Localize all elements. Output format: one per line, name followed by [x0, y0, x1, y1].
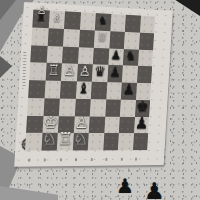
piece-white-knight[interactable]: ♘: [73, 131, 89, 148]
square-b4[interactable]: [44, 81, 61, 99]
square-g6[interactable]: ♞: [123, 49, 139, 66]
square-g3[interactable]: [120, 99, 136, 116]
piece-white-rook[interactable]: ♖: [57, 131, 73, 148]
piece-white-pawn[interactable]: ♙: [63, 64, 76, 78]
square-c1[interactable]: ♖: [57, 133, 74, 150]
piece-white-queen[interactable]: ♕: [97, 32, 108, 44]
square-e8[interactable]: ♞: [95, 13, 111, 31]
square-h7[interactable]: [139, 32, 155, 49]
square-f3[interactable]: [105, 99, 121, 116]
captured-black-pawn[interactable]: ♟: [116, 176, 134, 196]
square-f7[interactable]: [109, 31, 125, 49]
square-f2[interactable]: [104, 116, 120, 133]
square-d4[interactable]: ♝: [75, 81, 91, 99]
square-e1[interactable]: [88, 133, 104, 150]
square-h1[interactable]: [133, 133, 149, 150]
captured-black-pawn[interactable]: ♟: [144, 180, 165, 200]
mat-coordinate-marks: [28, 158, 145, 162]
piece-white-knight[interactable]: ♘: [41, 131, 57, 148]
square-c7[interactable]: [63, 29, 80, 47]
square-g7[interactable]: [124, 32, 140, 50]
piece-black-pawn[interactable]: ♟: [110, 49, 121, 62]
square-d1[interactable]: ♘: [72, 133, 88, 150]
square-f6[interactable]: ♟: [108, 48, 124, 66]
piece-black-knight[interactable]: ♞: [98, 15, 108, 26]
captured-white-pawn[interactable]: ♙: [37, 4, 47, 17]
photo-scene: ♜♗♞♕♟♞♖♙♙♛♟♝♟♚♔♙♟♘♖♘ ♙ ♟♟: [0, 0, 200, 200]
square-g4[interactable]: ♟: [121, 83, 137, 100]
square-c6[interactable]: [62, 46, 79, 64]
piece-black-pawn[interactable]: ♟: [122, 82, 135, 97]
square-e6[interactable]: [93, 47, 109, 65]
square-f1[interactable]: [103, 133, 119, 150]
table-shadow-bottom: [0, 186, 58, 200]
square-d7[interactable]: [79, 29, 95, 47]
square-a1[interactable]: [25, 133, 42, 151]
square-d6[interactable]: [77, 47, 93, 65]
square-c4[interactable]: [60, 81, 77, 99]
piece-black-king[interactable]: ♚: [136, 99, 149, 114]
piece-white-pawn[interactable]: ♙: [78, 64, 91, 78]
square-a7[interactable]: [31, 27, 48, 45]
square-h2[interactable]: ♟: [134, 117, 150, 134]
square-g1[interactable]: [118, 133, 134, 150]
captured-black-pieces-area: ♟♟: [112, 172, 200, 200]
square-e3[interactable]: [90, 99, 106, 116]
piece-white-rook[interactable]: ♖: [47, 63, 60, 77]
piece-black-bishop[interactable]: ♝: [77, 81, 90, 96]
mat-brand-print: [22, 52, 26, 88]
square-h6[interactable]: [138, 49, 154, 66]
square-e4[interactable]: [91, 82, 107, 99]
square-c3[interactable]: [59, 98, 76, 116]
square-e2[interactable]: [89, 116, 105, 133]
square-a3[interactable]: [27, 98, 44, 116]
square-b7[interactable]: [47, 28, 64, 46]
square-b5[interactable]: ♖: [45, 63, 62, 81]
table-shadow-left: [0, 56, 12, 78]
square-e7[interactable]: ♕: [94, 30, 110, 48]
square-h8[interactable]: [140, 16, 156, 34]
square-e5[interactable]: ♛: [92, 65, 108, 83]
piece-black-pawn[interactable]: ♟: [109, 65, 121, 79]
piece-black-queen[interactable]: ♛: [94, 65, 106, 79]
chess-board[interactable]: ♜♗♞♕♟♞♖♙♙♛♟♝♟♚♔♙♟♘♖♘: [25, 10, 155, 151]
square-a5[interactable]: [29, 62, 46, 80]
square-f4[interactable]: [106, 82, 122, 99]
square-a2[interactable]: [26, 115, 43, 133]
square-c5[interactable]: ♙: [61, 64, 78, 82]
square-h5[interactable]: [137, 66, 153, 83]
square-b1[interactable]: ♘: [41, 133, 58, 151]
square-f5[interactable]: ♟: [107, 65, 123, 82]
square-a6[interactable]: [30, 45, 47, 63]
piece-black-knight[interactable]: ♞: [125, 49, 136, 62]
piece-black-pawn[interactable]: ♟: [134, 115, 148, 131]
captured-white-pieces-tray: ♙: [37, 0, 76, 17]
square-g8[interactable]: [125, 15, 141, 33]
square-a4[interactable]: [28, 80, 45, 98]
chess-mat: ♜♗♞♕♟♞♖♙♙♛♟♝♟♚♔♙♟♘♖♘ ♙: [14, 2, 173, 167]
square-d8[interactable]: [80, 12, 96, 30]
table-shadow-top-right: [170, 0, 200, 16]
square-b6[interactable]: [46, 45, 63, 63]
square-g2[interactable]: [119, 116, 135, 133]
square-f8[interactable]: [110, 14, 126, 32]
